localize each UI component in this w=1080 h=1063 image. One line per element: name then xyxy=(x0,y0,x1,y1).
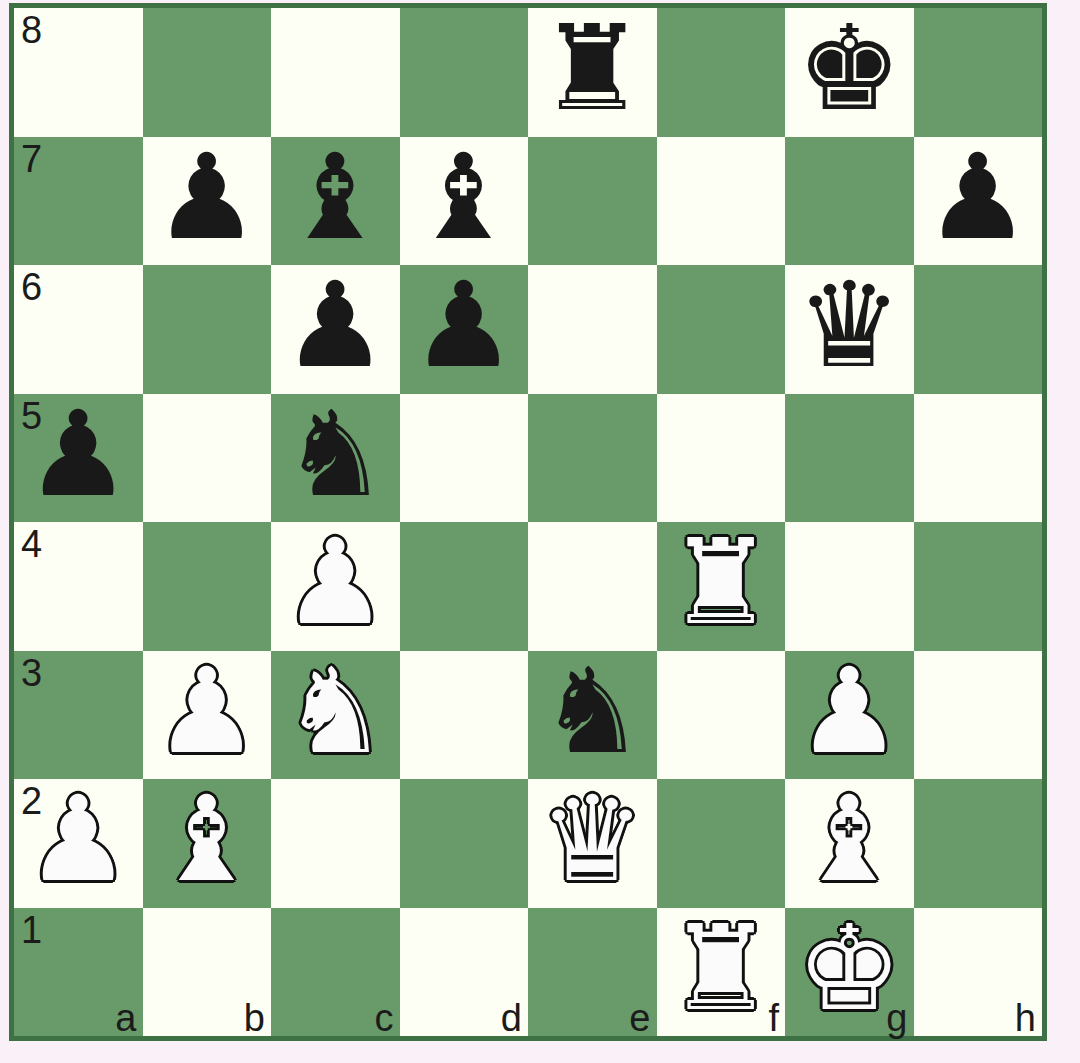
square-d5[interactable] xyxy=(400,394,529,523)
square-d8[interactable] xyxy=(400,8,529,137)
square-h7[interactable]: ♟ xyxy=(914,137,1043,266)
rank-label-2: 2 xyxy=(21,782,42,820)
rank-label-3: 3 xyxy=(21,654,42,692)
white-bishop-b2[interactable]: ♝ xyxy=(154,780,260,898)
square-g1[interactable]: ♚g xyxy=(785,908,914,1037)
white-queen-e2[interactable]: ♛ xyxy=(539,780,645,898)
square-a2[interactable]: ♟2 xyxy=(14,779,143,908)
rank-label-5: 5 xyxy=(21,397,42,435)
square-c8[interactable] xyxy=(271,8,400,137)
white-pawn-b3[interactable]: ♟ xyxy=(154,652,260,770)
white-pawn-g3[interactable]: ♟ xyxy=(796,652,902,770)
square-g3[interactable]: ♟ xyxy=(785,651,914,780)
file-label-b: b xyxy=(244,999,265,1037)
black-pawn-d6[interactable]: ♟ xyxy=(411,266,517,384)
square-b6[interactable] xyxy=(143,265,272,394)
square-g7[interactable] xyxy=(785,137,914,266)
square-a7[interactable]: 7 xyxy=(14,137,143,266)
black-queen-g6[interactable]: ♛ xyxy=(796,266,902,384)
white-rook-f4[interactable]: ♜ xyxy=(668,523,774,641)
square-h8[interactable] xyxy=(914,8,1043,137)
square-h1[interactable]: h xyxy=(914,908,1043,1037)
square-h4[interactable] xyxy=(914,522,1043,651)
rank-label-1: 1 xyxy=(21,911,42,949)
black-knight-c5[interactable]: ♞ xyxy=(282,395,388,513)
black-rook-e8[interactable]: ♜ xyxy=(539,9,645,127)
square-d4[interactable] xyxy=(400,522,529,651)
white-bishop-g2[interactable]: ♝ xyxy=(796,780,902,898)
square-c4[interactable]: ♟ xyxy=(271,522,400,651)
square-e4[interactable] xyxy=(528,522,657,651)
rank-label-6: 6 xyxy=(21,268,42,306)
square-e5[interactable] xyxy=(528,394,657,523)
file-label-d: d xyxy=(501,999,522,1037)
white-rook-f1[interactable]: ♜ xyxy=(668,909,774,1027)
board-grid: 8♜♚7♟♝♝♟6♟♟♛♟5♞4♟♜3♟♞♞♟♟2♝♛♝1abcde♜f♚gh xyxy=(14,8,1042,1036)
square-c7[interactable]: ♝ xyxy=(271,137,400,266)
file-label-f: f xyxy=(768,999,779,1037)
square-a8[interactable]: 8 xyxy=(14,8,143,137)
black-bishop-c7[interactable]: ♝ xyxy=(282,138,388,256)
black-king-g8[interactable]: ♚ xyxy=(796,9,902,127)
square-b3[interactable]: ♟ xyxy=(143,651,272,780)
square-a3[interactable]: 3 xyxy=(14,651,143,780)
square-a1[interactable]: 1a xyxy=(14,908,143,1037)
square-e2[interactable]: ♛ xyxy=(528,779,657,908)
square-b8[interactable] xyxy=(143,8,272,137)
rank-label-4: 4 xyxy=(21,525,42,563)
square-d6[interactable]: ♟ xyxy=(400,265,529,394)
black-pawn-b7[interactable]: ♟ xyxy=(154,138,260,256)
square-h3[interactable] xyxy=(914,651,1043,780)
square-h5[interactable] xyxy=(914,394,1043,523)
square-a6[interactable]: 6 xyxy=(14,265,143,394)
square-f8[interactable] xyxy=(657,8,786,137)
square-g4[interactable] xyxy=(785,522,914,651)
square-b5[interactable] xyxy=(143,394,272,523)
square-e1[interactable]: e xyxy=(528,908,657,1037)
square-b1[interactable]: b xyxy=(143,908,272,1037)
rank-label-8: 8 xyxy=(21,11,42,49)
square-h2[interactable] xyxy=(914,779,1043,908)
square-g5[interactable] xyxy=(785,394,914,523)
chess-board: 8♜♚7♟♝♝♟6♟♟♛♟5♞4♟♜3♟♞♞♟♟2♝♛♝1abcde♜f♚gh xyxy=(9,3,1047,1041)
black-pawn-h7[interactable]: ♟ xyxy=(925,138,1031,256)
square-c1[interactable]: c xyxy=(271,908,400,1037)
square-d7[interactable]: ♝ xyxy=(400,137,529,266)
square-f4[interactable]: ♜ xyxy=(657,522,786,651)
square-h6[interactable] xyxy=(914,265,1043,394)
square-f7[interactable] xyxy=(657,137,786,266)
file-label-a: a xyxy=(115,999,136,1037)
white-pawn-c4[interactable]: ♟ xyxy=(282,523,388,641)
white-knight-c3[interactable]: ♞ xyxy=(282,652,388,770)
rank-label-7: 7 xyxy=(21,140,42,178)
square-c3[interactable]: ♞ xyxy=(271,651,400,780)
square-c2[interactable] xyxy=(271,779,400,908)
square-e8[interactable]: ♜ xyxy=(528,8,657,137)
square-f6[interactable] xyxy=(657,265,786,394)
square-b4[interactable] xyxy=(143,522,272,651)
square-f1[interactable]: ♜f xyxy=(657,908,786,1037)
square-g6[interactable]: ♛ xyxy=(785,265,914,394)
square-e7[interactable] xyxy=(528,137,657,266)
square-f2[interactable] xyxy=(657,779,786,908)
square-a4[interactable]: 4 xyxy=(14,522,143,651)
file-label-g: g xyxy=(886,999,907,1037)
square-c5[interactable]: ♞ xyxy=(271,394,400,523)
square-d1[interactable]: d xyxy=(400,908,529,1037)
file-label-c: c xyxy=(375,999,394,1037)
file-label-e: e xyxy=(629,999,650,1037)
square-d3[interactable] xyxy=(400,651,529,780)
square-c6[interactable]: ♟ xyxy=(271,265,400,394)
square-e3[interactable]: ♞ xyxy=(528,651,657,780)
black-bishop-d7[interactable]: ♝ xyxy=(411,138,517,256)
square-d2[interactable] xyxy=(400,779,529,908)
black-pawn-c6[interactable]: ♟ xyxy=(282,266,388,384)
black-knight-e3[interactable]: ♞ xyxy=(539,652,645,770)
square-a5[interactable]: ♟5 xyxy=(14,394,143,523)
square-e6[interactable] xyxy=(528,265,657,394)
file-label-h: h xyxy=(1015,999,1036,1037)
square-f3[interactable] xyxy=(657,651,786,780)
square-b7[interactable]: ♟ xyxy=(143,137,272,266)
square-g2[interactable]: ♝ xyxy=(785,779,914,908)
square-g8[interactable]: ♚ xyxy=(785,8,914,137)
square-b2[interactable]: ♝ xyxy=(143,779,272,908)
square-f5[interactable] xyxy=(657,394,786,523)
